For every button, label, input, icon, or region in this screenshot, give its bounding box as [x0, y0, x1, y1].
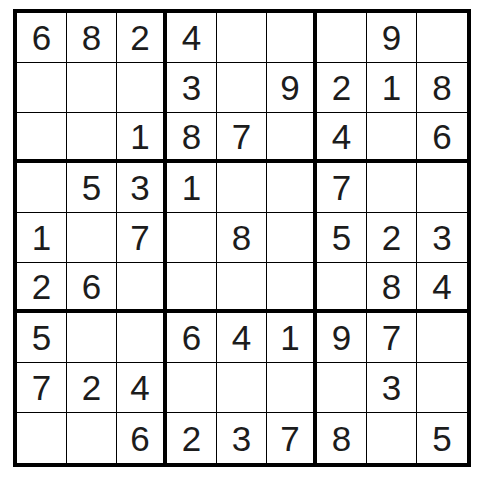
cell-r1c7[interactable]: [317, 13, 367, 63]
cell-r2c9[interactable]: 8: [417, 63, 467, 113]
cell-r7c7[interactable]: 9: [317, 313, 367, 363]
cell-r9c8[interactable]: [367, 413, 417, 463]
cell-r1c3[interactable]: 2: [117, 13, 167, 63]
cell-r6c7[interactable]: [317, 263, 367, 313]
cell-r6c4[interactable]: [167, 263, 217, 313]
cell-r2c3[interactable]: [117, 63, 167, 113]
cell-r4c6[interactable]: [267, 163, 317, 213]
cell-r7c3[interactable]: [117, 313, 167, 363]
cell-r7c5[interactable]: 4: [217, 313, 267, 363]
cell-r9c3[interactable]: 6: [117, 413, 167, 463]
cell-r4c5[interactable]: [217, 163, 267, 213]
cell-r7c4[interactable]: 6: [167, 313, 217, 363]
cell-r6c8[interactable]: 8: [367, 263, 417, 313]
cell-r6c1[interactable]: 2: [17, 263, 67, 313]
cell-r6c9[interactable]: 4: [417, 263, 467, 313]
cell-r9c9[interactable]: 5: [417, 413, 467, 463]
cell-r8c5[interactable]: [217, 363, 267, 413]
cell-r2c5[interactable]: [217, 63, 267, 113]
cell-r5c6[interactable]: [267, 213, 317, 263]
cell-r3c2[interactable]: [67, 113, 117, 163]
cell-r7c1[interactable]: 5: [17, 313, 67, 363]
cell-r5c1[interactable]: 1: [17, 213, 67, 263]
cell-r6c2[interactable]: 6: [67, 263, 117, 313]
cell-r1c8[interactable]: 9: [367, 13, 417, 63]
cell-r1c4[interactable]: 4: [167, 13, 217, 63]
cell-r7c2[interactable]: [67, 313, 117, 363]
cell-r3c7[interactable]: 4: [317, 113, 367, 163]
cell-r4c9[interactable]: [417, 163, 467, 213]
cell-r2c4[interactable]: 3: [167, 63, 217, 113]
cell-r1c1[interactable]: 6: [17, 13, 67, 63]
cell-r8c6[interactable]: [267, 363, 317, 413]
cell-r3c4[interactable]: 8: [167, 113, 217, 163]
cell-r8c8[interactable]: 3: [367, 363, 417, 413]
cell-r9c4[interactable]: 2: [167, 413, 217, 463]
cell-r3c9[interactable]: 6: [417, 113, 467, 163]
cell-r9c7[interactable]: 8: [317, 413, 367, 463]
cell-r4c3[interactable]: 3: [117, 163, 167, 213]
cell-r7c8[interactable]: 7: [367, 313, 417, 363]
cell-r2c6[interactable]: 9: [267, 63, 317, 113]
cell-r4c1[interactable]: [17, 163, 67, 213]
cell-r9c6[interactable]: 7: [267, 413, 317, 463]
cell-r4c2[interactable]: 5: [67, 163, 117, 213]
cell-r3c5[interactable]: 7: [217, 113, 267, 163]
cell-r5c3[interactable]: 7: [117, 213, 167, 263]
cell-r5c8[interactable]: 2: [367, 213, 417, 263]
cell-r8c2[interactable]: 2: [67, 363, 117, 413]
cell-r5c7[interactable]: 5: [317, 213, 367, 263]
cell-r3c1[interactable]: [17, 113, 67, 163]
cell-r1c6[interactable]: [267, 13, 317, 63]
cell-r8c1[interactable]: 7: [17, 363, 67, 413]
cell-r4c7[interactable]: 7: [317, 163, 367, 213]
cell-r4c8[interactable]: [367, 163, 417, 213]
cell-r4c4[interactable]: 1: [167, 163, 217, 213]
cell-r3c8[interactable]: [367, 113, 417, 163]
cell-r9c2[interactable]: [67, 413, 117, 463]
cell-r5c9[interactable]: 3: [417, 213, 467, 263]
cell-r6c3[interactable]: [117, 263, 167, 313]
cell-r5c5[interactable]: 8: [217, 213, 267, 263]
cell-r7c6[interactable]: 1: [267, 313, 317, 363]
cell-r2c1[interactable]: [17, 63, 67, 113]
cell-r7c9[interactable]: [417, 313, 467, 363]
sudoku-board: 6824939218187465317178523268456419772436…: [13, 9, 471, 467]
cell-r5c4[interactable]: [167, 213, 217, 263]
cell-r1c2[interactable]: 8: [67, 13, 117, 63]
cell-r8c7[interactable]: [317, 363, 367, 413]
cell-r3c3[interactable]: 1: [117, 113, 167, 163]
cell-r1c9[interactable]: [417, 13, 467, 63]
cell-r9c5[interactable]: 3: [217, 413, 267, 463]
cell-r5c2[interactable]: [67, 213, 117, 263]
cell-r2c2[interactable]: [67, 63, 117, 113]
cell-r1c5[interactable]: [217, 13, 267, 63]
cell-r8c9[interactable]: [417, 363, 467, 413]
cell-r3c6[interactable]: [267, 113, 317, 163]
cell-r8c4[interactable]: [167, 363, 217, 413]
cell-r8c3[interactable]: 4: [117, 363, 167, 413]
cell-r9c1[interactable]: [17, 413, 67, 463]
cell-r2c8[interactable]: 1: [367, 63, 417, 113]
cell-r6c6[interactable]: [267, 263, 317, 313]
cell-r6c5[interactable]: [217, 263, 267, 313]
cell-r2c7[interactable]: 2: [317, 63, 367, 113]
